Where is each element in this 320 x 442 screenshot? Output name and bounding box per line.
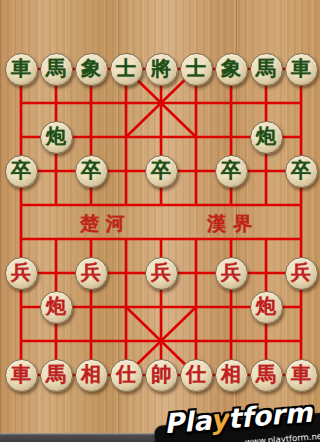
piece-red-soldier[interactable]: 兵 xyxy=(145,257,178,290)
piece-glyph: 卒 xyxy=(291,160,311,180)
piece-red-cannon[interactable]: 炮 xyxy=(40,291,73,324)
brand-suffix: tform xyxy=(227,397,314,435)
piece-glyph: 車 xyxy=(11,58,31,78)
piece-black-chariot[interactable]: 車 xyxy=(5,53,38,86)
piece-glyph: 車 xyxy=(291,58,311,78)
piece-glyph: 兵 xyxy=(11,262,31,282)
piece-glyph: 兵 xyxy=(81,262,101,282)
river-label-chu: 楚河 xyxy=(80,211,132,237)
piece-glyph: 車 xyxy=(11,364,31,384)
piece-glyph: 相 xyxy=(221,364,241,384)
piece-red-soldier[interactable]: 兵 xyxy=(215,257,248,290)
piece-glyph: 馬 xyxy=(256,58,276,78)
piece-red-chariot[interactable]: 車 xyxy=(285,359,318,392)
piece-black-advisor[interactable]: 士 xyxy=(180,53,213,86)
piece-red-soldier[interactable]: 兵 xyxy=(5,257,38,290)
piece-glyph: 卒 xyxy=(81,160,101,180)
watermark-banner[interactable]: Playtform www.playtform.net xyxy=(154,412,320,442)
piece-glyph: 兵 xyxy=(151,262,171,282)
piece-glyph: 卒 xyxy=(151,160,171,180)
piece-red-elephant[interactable]: 相 xyxy=(75,359,108,392)
piece-glyph: 象 xyxy=(81,58,101,78)
piece-glyph: 帥 xyxy=(151,364,171,384)
piece-red-advisor[interactable]: 仕 xyxy=(180,359,213,392)
piece-glyph: 炮 xyxy=(256,296,276,316)
piece-glyph: 士 xyxy=(186,58,206,78)
piece-glyph: 卒 xyxy=(11,160,31,180)
piece-glyph: 相 xyxy=(81,364,101,384)
watermark-url: www.playtform.net xyxy=(245,431,320,442)
piece-glyph: 馬 xyxy=(46,58,66,78)
piece-black-horse[interactable]: 馬 xyxy=(250,53,283,86)
piece-black-chariot[interactable]: 車 xyxy=(285,53,318,86)
piece-red-general[interactable]: 帥 xyxy=(145,359,178,392)
piece-black-soldier[interactable]: 卒 xyxy=(75,155,108,188)
piece-glyph: 馬 xyxy=(46,364,66,384)
piece-black-soldier[interactable]: 卒 xyxy=(145,155,178,188)
piece-glyph: 將 xyxy=(151,58,171,78)
piece-black-advisor[interactable]: 士 xyxy=(110,53,143,86)
piece-glyph: 卒 xyxy=(221,160,241,180)
piece-glyph: 兵 xyxy=(221,262,241,282)
piece-red-chariot[interactable]: 車 xyxy=(5,359,38,392)
piece-red-elephant[interactable]: 相 xyxy=(215,359,248,392)
piece-red-soldier[interactable]: 兵 xyxy=(285,257,318,290)
piece-glyph: 炮 xyxy=(46,296,66,316)
piece-black-cannon[interactable]: 炮 xyxy=(250,121,283,154)
piece-black-horse[interactable]: 馬 xyxy=(40,53,73,86)
piece-red-cannon[interactable]: 炮 xyxy=(250,291,283,324)
piece-glyph: 炮 xyxy=(256,126,276,146)
piece-glyph: 炮 xyxy=(46,126,66,146)
brand-prefix: Pla xyxy=(163,405,212,440)
piece-black-elephant[interactable]: 象 xyxy=(75,53,108,86)
piece-black-soldier[interactable]: 卒 xyxy=(215,155,248,188)
piece-glyph: 馬 xyxy=(256,364,276,384)
xiangqi-board: 楚河 漢界 車馬象士將士象馬車炮炮卒卒卒卒卒兵兵兵兵兵炮炮車馬相仕帥仕相馬車 xyxy=(0,0,320,442)
piece-glyph: 士 xyxy=(116,58,136,78)
piece-red-advisor[interactable]: 仕 xyxy=(110,359,143,392)
piece-glyph: 象 xyxy=(221,58,241,78)
piece-black-elephant[interactable]: 象 xyxy=(215,53,248,86)
piece-glyph: 仕 xyxy=(116,364,136,384)
piece-red-horse[interactable]: 馬 xyxy=(250,359,283,392)
piece-glyph: 仕 xyxy=(186,364,206,384)
piece-black-general[interactable]: 將 xyxy=(145,53,178,86)
piece-red-horse[interactable]: 馬 xyxy=(40,359,73,392)
piece-black-soldier[interactable]: 卒 xyxy=(5,155,38,188)
piece-black-soldier[interactable]: 卒 xyxy=(285,155,318,188)
piece-black-cannon[interactable]: 炮 xyxy=(40,121,73,154)
river-label-han: 漢界 xyxy=(207,211,259,237)
piece-glyph: 車 xyxy=(291,364,311,384)
piece-red-soldier[interactable]: 兵 xyxy=(75,257,108,290)
piece-glyph: 兵 xyxy=(291,262,311,282)
